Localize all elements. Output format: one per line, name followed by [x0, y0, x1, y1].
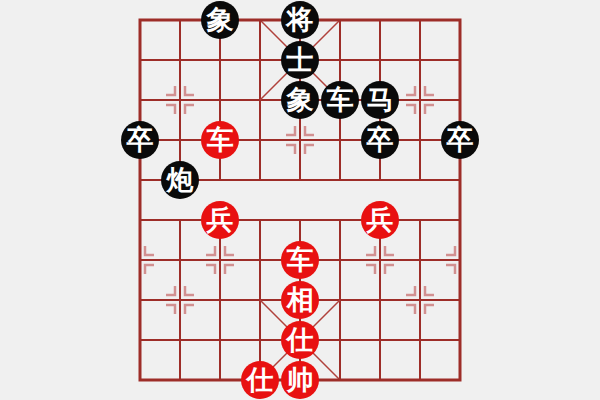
piece-red-soldier[interactable]: 兵 — [361, 201, 399, 239]
piece-black-soldier[interactable]: 卒 — [121, 121, 159, 159]
piece-black-soldier[interactable]: 卒 — [361, 121, 399, 159]
piece-black-soldier[interactable]: 卒 — [441, 121, 479, 159]
piece-red-advisor[interactable]: 仕 — [281, 321, 319, 359]
piece-red-elephant[interactable]: 相 — [281, 281, 319, 319]
piece-red-chariot[interactable]: 车 — [281, 241, 319, 279]
piece-black-horse[interactable]: 马 — [361, 81, 399, 119]
piece-red-chariot[interactable]: 车 — [201, 121, 239, 159]
piece-black-elephant[interactable]: 象 — [201, 1, 239, 39]
piece-black-cannon[interactable]: 炮 — [161, 161, 199, 199]
piece-black-advisor[interactable]: 士 — [281, 41, 319, 79]
piece-red-soldier[interactable]: 兵 — [201, 201, 239, 239]
piece-red-general[interactable]: 帅 — [281, 361, 319, 399]
piece-black-general[interactable]: 将 — [281, 1, 319, 39]
piece-red-advisor[interactable]: 仕 — [241, 361, 279, 399]
page-background: 象将士象车马卒车卒卒炮兵兵车相仕仕帅 — [0, 0, 600, 400]
piece-black-chariot[interactable]: 车 — [321, 81, 359, 119]
piece-black-elephant[interactable]: 象 — [281, 81, 319, 119]
